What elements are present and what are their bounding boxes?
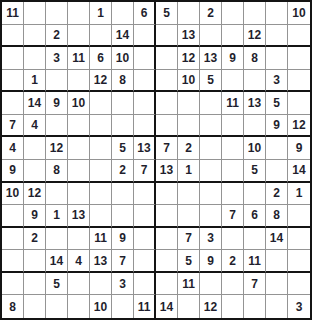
cell-r12c2[interactable] — [24, 250, 46, 273]
cell-r13c5[interactable] — [90, 273, 112, 296]
cell-r8c9[interactable]: 1 — [178, 160, 200, 183]
cell-r12c10[interactable]: 9 — [200, 250, 222, 273]
cell-r8c14[interactable]: 14 — [288, 160, 310, 183]
cell-r13c1[interactable] — [2, 273, 24, 296]
cell-r8c3[interactable]: 8 — [46, 160, 68, 183]
cell-r6c1[interactable]: 7 — [2, 115, 24, 138]
cell-r14c11[interactable] — [222, 295, 244, 318]
cell-r7c3[interactable]: 12 — [46, 137, 68, 160]
cell-r14c6[interactable] — [112, 295, 134, 318]
cell-r5c8[interactable] — [156, 92, 178, 115]
cell-r6c7[interactable] — [134, 115, 156, 138]
cell-r7c1[interactable]: 4 — [2, 137, 24, 160]
cell-r12c4[interactable]: 4 — [68, 250, 90, 273]
cell-r8c7[interactable]: 7 — [134, 160, 156, 183]
cell-r13c8[interactable] — [156, 273, 178, 296]
cell-r12c3[interactable]: 14 — [46, 250, 68, 273]
sudoku-board: 1116521021413123116101213981128105314910… — [0, 0, 312, 320]
cell-r6c14[interactable]: 12 — [288, 115, 310, 138]
cell-r11c10[interactable]: 3 — [200, 228, 222, 251]
cell-r8c1[interactable]: 9 — [2, 160, 24, 183]
cell-r4c6[interactable]: 8 — [112, 70, 134, 93]
cell-r14c13[interactable] — [266, 295, 288, 318]
cell-r5c13[interactable]: 5 — [266, 92, 288, 115]
cell-r9c5[interactable] — [90, 183, 112, 206]
cell-r8c6[interactable]: 2 — [112, 160, 134, 183]
cell-r10c4[interactable]: 13 — [68, 205, 90, 228]
cell-r8c12[interactable]: 5 — [244, 160, 266, 183]
cell-r9c14[interactable]: 1 — [288, 183, 310, 206]
cell-r12c7[interactable] — [134, 250, 156, 273]
cell-r3c4[interactable]: 11 — [68, 47, 90, 70]
cell-r8c13[interactable] — [266, 160, 288, 183]
cell-r12c11[interactable]: 2 — [222, 250, 244, 273]
cell-r7c4[interactable] — [68, 137, 90, 160]
cell-r8c11[interactable] — [222, 160, 244, 183]
cell-r1c4[interactable] — [68, 2, 90, 25]
cell-r4c3[interactable] — [46, 70, 68, 93]
cell-r5c12[interactable]: 13 — [244, 92, 266, 115]
cell-r7c10[interactable] — [200, 137, 222, 160]
cell-r5c11[interactable]: 11 — [222, 92, 244, 115]
cell-r13c6[interactable]: 3 — [112, 273, 134, 296]
cell-r6c6[interactable] — [112, 115, 134, 138]
cell-r4c12[interactable] — [244, 70, 266, 93]
cell-r14c9[interactable] — [178, 295, 200, 318]
cell-r3c5[interactable]: 6 — [90, 47, 112, 70]
cell-r11c8[interactable] — [156, 228, 178, 251]
cell-r1c14[interactable]: 10 — [288, 2, 310, 25]
cell-r12c13[interactable] — [266, 250, 288, 273]
cell-r1c2[interactable] — [24, 2, 46, 25]
cell-r14c4[interactable] — [68, 295, 90, 318]
cell-r7c7[interactable]: 13 — [134, 137, 156, 160]
cell-r14c14[interactable]: 3 — [288, 295, 310, 318]
cell-r5c4[interactable]: 10 — [68, 92, 90, 115]
cell-r10c1[interactable] — [2, 205, 24, 228]
cell-r1c8[interactable]: 5 — [156, 2, 178, 25]
cell-r7c2[interactable] — [24, 137, 46, 160]
cell-r12c5[interactable]: 13 — [90, 250, 112, 273]
cell-r3c9[interactable]: 12 — [178, 47, 200, 70]
cell-r2c14[interactable] — [288, 25, 310, 48]
cell-r10c12[interactable]: 6 — [244, 205, 266, 228]
cell-r10c11[interactable]: 7 — [222, 205, 244, 228]
cell-r6c12[interactable] — [244, 115, 266, 138]
cell-r4c7[interactable] — [134, 70, 156, 93]
cell-r2c4[interactable] — [68, 25, 90, 48]
cell-r4c8[interactable] — [156, 70, 178, 93]
cell-r8c10[interactable] — [200, 160, 222, 183]
cell-r8c8[interactable]: 13 — [156, 160, 178, 183]
cell-r5c9[interactable] — [178, 92, 200, 115]
cell-r3c14[interactable] — [288, 47, 310, 70]
cell-r1c9[interactable] — [178, 2, 200, 25]
cell-r4c11[interactable] — [222, 70, 244, 93]
cell-r12c6[interactable]: 7 — [112, 250, 134, 273]
cell-r13c11[interactable] — [222, 273, 244, 296]
cell-r8c2[interactable] — [24, 160, 46, 183]
cell-r7c6[interactable]: 5 — [112, 137, 134, 160]
cell-r5c2[interactable]: 14 — [24, 92, 46, 115]
cell-r2c13[interactable] — [266, 25, 288, 48]
cell-r1c10[interactable]: 2 — [200, 2, 222, 25]
cell-r4c5[interactable]: 12 — [90, 70, 112, 93]
cell-r13c9[interactable]: 11 — [178, 273, 200, 296]
cell-r1c11[interactable] — [222, 2, 244, 25]
cell-r14c8[interactable]: 14 — [156, 295, 178, 318]
cell-r5c5[interactable] — [90, 92, 112, 115]
cell-r4c4[interactable] — [68, 70, 90, 93]
cell-r14c1[interactable]: 8 — [2, 295, 24, 318]
cell-r2c6[interactable]: 14 — [112, 25, 134, 48]
cell-r3c7[interactable] — [134, 47, 156, 70]
cell-r6c2[interactable]: 4 — [24, 115, 46, 138]
cell-r10c8[interactable] — [156, 205, 178, 228]
cell-r9c13[interactable]: 2 — [266, 183, 288, 206]
cell-r10c14[interactable] — [288, 205, 310, 228]
cell-r1c6[interactable] — [112, 2, 134, 25]
cell-r1c1[interactable]: 11 — [2, 2, 24, 25]
cell-r12c8[interactable] — [156, 250, 178, 273]
cell-r5c3[interactable]: 9 — [46, 92, 68, 115]
cell-r12c9[interactable]: 5 — [178, 250, 200, 273]
cell-r13c7[interactable] — [134, 273, 156, 296]
cell-r9c8[interactable] — [156, 183, 178, 206]
cell-r14c12[interactable] — [244, 295, 266, 318]
cell-r10c7[interactable] — [134, 205, 156, 228]
cell-r6c11[interactable] — [222, 115, 244, 138]
cell-r2c11[interactable] — [222, 25, 244, 48]
cell-r3c13[interactable] — [266, 47, 288, 70]
cell-r5c1[interactable] — [2, 92, 24, 115]
cell-r11c14[interactable] — [288, 228, 310, 251]
cell-r3c3[interactable]: 3 — [46, 47, 68, 70]
cell-r2c8[interactable] — [156, 25, 178, 48]
cell-r14c7[interactable]: 11 — [134, 295, 156, 318]
cell-r2c1[interactable] — [2, 25, 24, 48]
cell-r8c5[interactable] — [90, 160, 112, 183]
cell-r9c12[interactable] — [244, 183, 266, 206]
cell-r1c12[interactable] — [244, 2, 266, 25]
cell-r11c13[interactable]: 14 — [266, 228, 288, 251]
cell-r10c6[interactable] — [112, 205, 134, 228]
cell-r10c9[interactable] — [178, 205, 200, 228]
cell-r14c3[interactable] — [46, 295, 68, 318]
cell-r5c6[interactable] — [112, 92, 134, 115]
cell-r9c4[interactable] — [68, 183, 90, 206]
cell-r14c10[interactable]: 12 — [200, 295, 222, 318]
cell-r7c12[interactable]: 10 — [244, 137, 266, 160]
cell-r2c10[interactable] — [200, 25, 222, 48]
cell-r9c3[interactable] — [46, 183, 68, 206]
cell-r7c8[interactable]: 7 — [156, 137, 178, 160]
cell-r9c10[interactable] — [200, 183, 222, 206]
cell-r4c13[interactable]: 3 — [266, 70, 288, 93]
cell-r9c6[interactable] — [112, 183, 134, 206]
cell-r1c5[interactable]: 1 — [90, 2, 112, 25]
cell-r7c11[interactable] — [222, 137, 244, 160]
cell-r3c10[interactable]: 13 — [200, 47, 222, 70]
cell-r11c2[interactable]: 2 — [24, 228, 46, 251]
cell-r6c3[interactable] — [46, 115, 68, 138]
cell-r7c5[interactable] — [90, 137, 112, 160]
cell-r2c9[interactable]: 13 — [178, 25, 200, 48]
cell-r10c2[interactable]: 9 — [24, 205, 46, 228]
cell-r11c7[interactable] — [134, 228, 156, 251]
cell-r12c1[interactable] — [2, 250, 24, 273]
cell-r5c10[interactable] — [200, 92, 222, 115]
cell-r6c9[interactable] — [178, 115, 200, 138]
cell-r2c2[interactable] — [24, 25, 46, 48]
cell-r2c12[interactable]: 12 — [244, 25, 266, 48]
cell-r3c2[interactable] — [24, 47, 46, 70]
cell-r10c10[interactable] — [200, 205, 222, 228]
cell-r9c7[interactable] — [134, 183, 156, 206]
cell-r4c10[interactable]: 5 — [200, 70, 222, 93]
cell-r14c5[interactable]: 10 — [90, 295, 112, 318]
cell-r11c3[interactable] — [46, 228, 68, 251]
cell-r1c3[interactable] — [46, 2, 68, 25]
cell-r3c12[interactable]: 8 — [244, 47, 266, 70]
cell-r11c1[interactable] — [2, 228, 24, 251]
cell-r8c4[interactable] — [68, 160, 90, 183]
cell-r13c12[interactable]: 7 — [244, 273, 266, 296]
cell-r3c11[interactable]: 9 — [222, 47, 244, 70]
cell-r6c8[interactable] — [156, 115, 178, 138]
cell-r13c3[interactable]: 5 — [46, 273, 68, 296]
cell-r4c2[interactable]: 1 — [24, 70, 46, 93]
sudoku-app: 1116521021413123116101213981128105314910… — [0, 0, 312, 320]
cell-r9c1[interactable]: 10 — [2, 183, 24, 206]
cell-r13c2[interactable] — [24, 273, 46, 296]
cell-r2c5[interactable] — [90, 25, 112, 48]
cell-r9c9[interactable] — [178, 183, 200, 206]
cell-r11c5[interactable]: 11 — [90, 228, 112, 251]
cell-r4c9[interactable]: 10 — [178, 70, 200, 93]
cell-r9c11[interactable] — [222, 183, 244, 206]
cell-r5c14[interactable] — [288, 92, 310, 115]
cell-r13c4[interactable] — [68, 273, 90, 296]
cell-r6c10[interactable] — [200, 115, 222, 138]
cell-r6c4[interactable] — [68, 115, 90, 138]
cell-r10c13[interactable]: 8 — [266, 205, 288, 228]
cell-r4c14[interactable] — [288, 70, 310, 93]
cell-r2c3[interactable]: 2 — [46, 25, 68, 48]
cell-r11c11[interactable] — [222, 228, 244, 251]
cell-r11c4[interactable] — [68, 228, 90, 251]
cell-r11c12[interactable] — [244, 228, 266, 251]
cell-r7c13[interactable] — [266, 137, 288, 160]
cell-r7c9[interactable]: 2 — [178, 137, 200, 160]
cell-r13c13[interactable] — [266, 273, 288, 296]
cell-r6c5[interactable] — [90, 115, 112, 138]
cell-r13c14[interactable] — [288, 273, 310, 296]
cell-r5c7[interactable] — [134, 92, 156, 115]
cell-r12c12[interactable]: 11 — [244, 250, 266, 273]
cell-r1c7[interactable]: 6 — [134, 2, 156, 25]
cell-r6c13[interactable]: 9 — [266, 115, 288, 138]
cell-r3c1[interactable] — [2, 47, 24, 70]
cell-r11c9[interactable]: 7 — [178, 228, 200, 251]
cell-r3c8[interactable] — [156, 47, 178, 70]
cell-r1c13[interactable] — [266, 2, 288, 25]
cell-r10c5[interactable] — [90, 205, 112, 228]
cell-r3c6[interactable]: 10 — [112, 47, 134, 70]
cell-r14c2[interactable] — [24, 295, 46, 318]
cell-r2c7[interactable] — [134, 25, 156, 48]
cell-r4c1[interactable] — [2, 70, 24, 93]
cell-r13c10[interactable] — [200, 273, 222, 296]
cell-r11c6[interactable]: 9 — [112, 228, 134, 251]
cell-r12c14[interactable] — [288, 250, 310, 273]
cell-r10c3[interactable]: 1 — [46, 205, 68, 228]
cell-r7c14[interactable]: 9 — [288, 137, 310, 160]
cell-r9c2[interactable]: 12 — [24, 183, 46, 206]
